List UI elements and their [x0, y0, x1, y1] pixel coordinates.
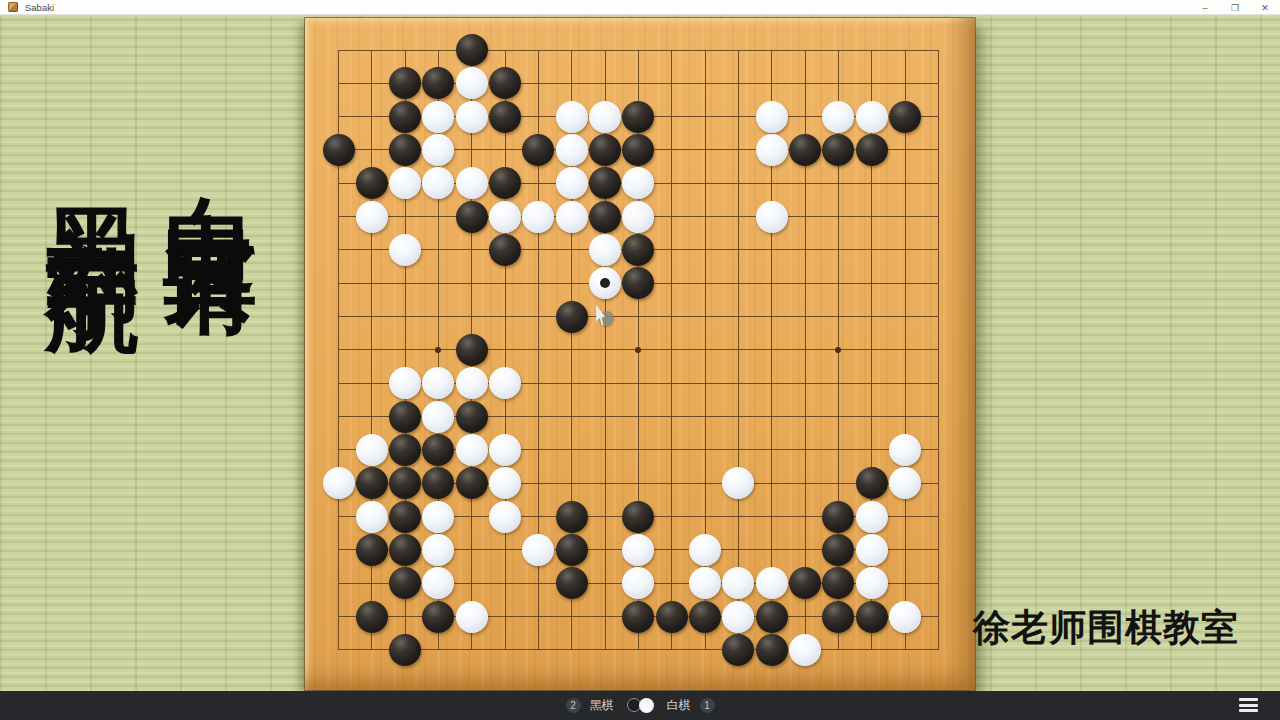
white-stone — [589, 101, 621, 133]
hamburger-icon — [1239, 698, 1258, 701]
black-stone — [822, 501, 854, 533]
white-stone — [789, 634, 821, 666]
black-stone — [822, 567, 854, 599]
black-stone — [356, 467, 388, 499]
go-board[interactable] — [305, 18, 975, 690]
white-stone — [889, 601, 921, 633]
star-point — [635, 347, 641, 353]
white-stone — [856, 534, 888, 566]
white-player-label: 白棋 — [667, 697, 691, 714]
grid-line-vertical — [738, 50, 739, 650]
black-stone — [556, 501, 588, 533]
maximize-button[interactable]: ❐ — [1220, 0, 1250, 15]
white-stone — [489, 367, 521, 399]
white-stone — [556, 134, 588, 166]
black-stone — [389, 534, 421, 566]
black-stone — [622, 267, 654, 299]
black-stone — [389, 401, 421, 433]
white-stone — [356, 434, 388, 466]
white-stone — [389, 367, 421, 399]
white-stone — [456, 434, 488, 466]
black-stone — [689, 601, 721, 633]
white-stone — [589, 234, 621, 266]
white-stone — [422, 501, 454, 533]
white-stone — [389, 167, 421, 199]
white-stone — [622, 201, 654, 233]
white-stone — [422, 134, 454, 166]
star-point — [435, 347, 441, 353]
grid-line-vertical — [905, 50, 906, 650]
white-stone — [556, 201, 588, 233]
black-stone — [756, 634, 788, 666]
black-stone — [422, 601, 454, 633]
black-stone — [422, 434, 454, 466]
black-stone — [389, 101, 421, 133]
window-title: Sabaki — [25, 2, 54, 13]
black-stone — [856, 134, 888, 166]
white-stone — [489, 467, 521, 499]
black-stone — [422, 467, 454, 499]
black-stone — [389, 434, 421, 466]
white-stone — [489, 501, 521, 533]
grid-line-vertical — [938, 50, 939, 650]
white-stone — [489, 434, 521, 466]
black-stone — [456, 401, 488, 433]
white-stone — [556, 101, 588, 133]
window-controls: – ❐ ✕ — [1190, 0, 1280, 14]
black-stone — [622, 101, 654, 133]
black-stone — [489, 101, 521, 133]
black-stone — [489, 234, 521, 266]
black-stone — [556, 567, 588, 599]
black-stone — [822, 534, 854, 566]
white-stone — [856, 501, 888, 533]
white-player-banner: 白申真谞 — [164, 121, 258, 185]
black-stone — [356, 167, 388, 199]
black-stone — [456, 34, 488, 66]
black-stone — [556, 534, 588, 566]
white-stone — [323, 467, 355, 499]
white-stone — [422, 367, 454, 399]
black-stone — [389, 467, 421, 499]
menu-button[interactable] — [1239, 698, 1258, 712]
grid-line-vertical — [671, 50, 672, 650]
white-captures-badge: 1 — [700, 698, 715, 713]
black-stone — [422, 67, 454, 99]
black-stone — [622, 134, 654, 166]
white-stone — [822, 101, 854, 133]
white-stone — [756, 134, 788, 166]
black-stone — [622, 234, 654, 266]
minimize-button[interactable]: – — [1190, 0, 1220, 15]
black-player-label: 黑棋 — [590, 697, 614, 714]
application-window: Sabaki – ❐ ✕ 黑刘宇航 白申真谞 徐老师围棋教室 2 黑棋 白棋 1 — [0, 0, 1280, 720]
black-stone — [456, 201, 488, 233]
white-stone — [856, 101, 888, 133]
black-stone — [622, 501, 654, 533]
white-stone — [456, 167, 488, 199]
black-stone — [356, 601, 388, 633]
white-stone — [889, 434, 921, 466]
black-stone — [789, 134, 821, 166]
black-stone — [389, 67, 421, 99]
black-captures-badge: 2 — [566, 698, 581, 713]
black-stone — [489, 67, 521, 99]
white-stone — [722, 567, 754, 599]
black-stone — [389, 501, 421, 533]
black-stone — [589, 167, 621, 199]
white-stone — [422, 534, 454, 566]
white-stone — [456, 367, 488, 399]
white-stone — [556, 167, 588, 199]
close-button[interactable]: ✕ — [1250, 0, 1280, 15]
white-stone — [756, 567, 788, 599]
white-stone — [622, 534, 654, 566]
white-stone — [622, 167, 654, 199]
black-stone — [556, 301, 588, 333]
black-player-banner: 黑刘宇航 — [46, 133, 140, 197]
white-stone — [622, 567, 654, 599]
black-stone — [756, 601, 788, 633]
bottom-toolbar: 2 黑棋 白棋 1 — [0, 691, 1280, 720]
white-stone — [756, 101, 788, 133]
black-stone — [622, 601, 654, 633]
watermark-text: 徐老师围棋教室 — [973, 603, 1239, 653]
black-stone — [722, 634, 754, 666]
black-stone — [856, 467, 888, 499]
black-stone — [789, 567, 821, 599]
white-stone — [522, 201, 554, 233]
white-stone — [456, 101, 488, 133]
white-stone — [689, 534, 721, 566]
star-point — [835, 347, 841, 353]
white-stone — [722, 467, 754, 499]
white-stone — [489, 201, 521, 233]
grid-line-horizontal — [339, 649, 939, 650]
black-stone — [822, 601, 854, 633]
white-stone — [756, 201, 788, 233]
black-stone — [356, 534, 388, 566]
white-stone — [522, 534, 554, 566]
sabaki-app-icon — [8, 2, 18, 12]
black-stone — [889, 101, 921, 133]
black-stone — [589, 201, 621, 233]
white-stone — [722, 601, 754, 633]
black-stone — [323, 134, 355, 166]
white-stone — [422, 101, 454, 133]
white-stone-toggle-icon — [639, 698, 654, 713]
black-stone — [522, 134, 554, 166]
player-bar: 2 黑棋 白棋 1 — [566, 697, 715, 714]
white-stone — [856, 567, 888, 599]
turn-toggle[interactable] — [627, 698, 654, 714]
black-stone — [456, 467, 488, 499]
white-stone — [422, 167, 454, 199]
white-stone — [356, 501, 388, 533]
white-stone — [356, 201, 388, 233]
black-stone — [656, 601, 688, 633]
title-bar: Sabaki – ❐ ✕ — [0, 0, 1280, 15]
white-stone — [422, 567, 454, 599]
white-stone — [456, 601, 488, 633]
white-stone — [889, 467, 921, 499]
black-stone — [389, 567, 421, 599]
white-stone — [422, 401, 454, 433]
main-area: 黑刘宇航 白申真谞 徐老师围棋教室 — [0, 15, 1280, 691]
white-stone — [456, 67, 488, 99]
white-stone — [389, 234, 421, 266]
black-stone — [822, 134, 854, 166]
black-stone — [589, 134, 621, 166]
black-stone — [456, 334, 488, 366]
black-stone — [489, 167, 521, 199]
black-stone — [389, 634, 421, 666]
black-stone — [389, 134, 421, 166]
white-stone — [689, 567, 721, 599]
black-stone — [856, 601, 888, 633]
